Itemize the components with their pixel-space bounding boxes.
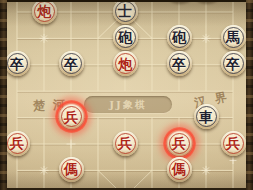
piece-black-cannon[interactable]: 砲 — [167, 25, 192, 50]
piece-black-soldier[interactable]: 卒 — [59, 51, 84, 76]
board-frame-left — [0, 0, 7, 190]
piece-glyph: 傌 — [64, 162, 78, 176]
app-watermark: JJ象棋 — [84, 96, 172, 113]
piece-glyph: 車 — [199, 110, 213, 124]
piece-red-cannon[interactable]: 炮 — [32, 0, 57, 24]
piece-black-soldier[interactable]: 卒 — [5, 51, 30, 76]
piece-black-advisor[interactable]: 士 — [113, 0, 138, 24]
piece-glyph: 卒 — [226, 57, 240, 71]
piece-glyph: 兵 — [118, 136, 132, 150]
piece-red-soldier[interactable]: 兵 — [113, 131, 138, 156]
piece-glyph: 砲 — [172, 30, 186, 44]
piece-red-soldier[interactable]: 兵 — [221, 131, 246, 156]
piece-black-soldier[interactable]: 卒 — [167, 51, 192, 76]
piece-glyph: 傌 — [172, 162, 186, 176]
piece-red-horse[interactable]: 傌 — [59, 157, 84, 182]
piece-glyph: 兵 — [64, 110, 78, 124]
piece-red-soldier[interactable]: 兵 — [5, 131, 30, 156]
sparkle-decoration — [230, 157, 237, 164]
piece-glyph: 馬 — [226, 30, 240, 44]
piece-glyph: 士 — [118, 4, 132, 18]
piece-black-horse[interactable]: 馬 — [221, 25, 246, 50]
piece-glyph: 卒 — [64, 57, 78, 71]
board-frame-top — [0, 0, 253, 2]
piece-red-soldier[interactable]: 兵 — [167, 131, 192, 156]
piece-glyph: 砲 — [118, 30, 132, 44]
piece-black-chariot[interactable]: 車 — [194, 104, 219, 129]
board-frame-bottom — [0, 188, 253, 190]
piece-glyph: 兵 — [172, 136, 186, 150]
piece-glyph: 炮 — [118, 57, 132, 71]
piece-glyph: 兵 — [226, 136, 240, 150]
piece-glyph: 卒 — [172, 57, 186, 71]
xiangqi-board[interactable]: 楚河 汉界 JJ象棋 炮士砲砲馬卒卒炮卒卒兵車兵兵兵兵傌傌 — [0, 0, 253, 190]
piece-red-cannon[interactable]: 炮 — [113, 51, 138, 76]
piece-glyph: 卒 — [10, 57, 24, 71]
piece-red-horse[interactable]: 傌 — [167, 157, 192, 182]
piece-glyph: 兵 — [10, 136, 24, 150]
piece-red-soldier[interactable]: 兵 — [59, 104, 84, 129]
piece-black-soldier[interactable]: 卒 — [221, 51, 246, 76]
board-frame-right — [246, 0, 253, 190]
piece-black-cannon[interactable]: 砲 — [113, 25, 138, 50]
piece-glyph: 炮 — [37, 4, 51, 18]
